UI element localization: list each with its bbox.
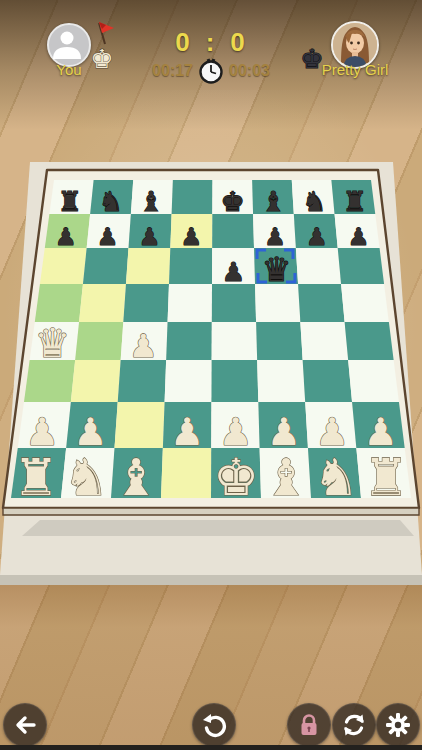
square-e7[interactable] xyxy=(212,214,254,248)
black-pawn[interactable]: ♟ xyxy=(180,223,202,251)
square-d4[interactable] xyxy=(166,322,212,360)
black-pawn[interactable]: ♟ xyxy=(348,223,370,251)
square-d8[interactable] xyxy=(172,180,213,214)
square-d5[interactable] xyxy=(168,284,212,322)
square-e3[interactable] xyxy=(211,360,258,402)
square-b4[interactable] xyxy=(75,322,123,360)
right-player-name: Pretty Girl xyxy=(303,61,407,78)
black-bishop[interactable]: ♝ xyxy=(261,186,285,217)
square-b3[interactable] xyxy=(71,360,121,402)
black-knight[interactable]: ♞ xyxy=(98,186,122,217)
gear-icon xyxy=(385,712,411,738)
black-rook[interactable]: ♜ xyxy=(343,186,367,217)
white-bishop[interactable]: ♝ xyxy=(263,448,309,507)
settings-button[interactable] xyxy=(376,703,420,747)
black-king[interactable]: ♚ xyxy=(221,186,245,217)
square-h4[interactable] xyxy=(345,322,394,360)
square-d6[interactable] xyxy=(169,248,212,284)
white-pawn[interactable]: ♟ xyxy=(129,327,158,365)
black-pawn[interactable]: ♟ xyxy=(306,223,328,251)
square-c6[interactable] xyxy=(126,248,170,284)
black-knight[interactable]: ♞ xyxy=(302,186,326,217)
mat-front-edge xyxy=(0,575,422,585)
square-d3[interactable] xyxy=(165,360,212,402)
black-pawn[interactable]: ♟ xyxy=(222,257,245,287)
square-e5[interactable] xyxy=(212,284,256,322)
square-f3[interactable] xyxy=(257,360,305,402)
square-f4[interactable] xyxy=(256,322,303,360)
board-shadow xyxy=(22,520,414,536)
score-left: 0 xyxy=(175,27,191,57)
square-a5[interactable] xyxy=(35,284,83,322)
black-pawn[interactable]: ♟ xyxy=(139,223,161,251)
white-queen[interactable]: ♛ xyxy=(34,320,70,366)
square-g3[interactable] xyxy=(303,360,352,402)
lock-icon xyxy=(297,713,321,737)
undo-arrow-icon xyxy=(201,712,227,738)
back-button[interactable] xyxy=(3,703,47,747)
board-rim-front-face xyxy=(3,508,419,515)
white-rook[interactable]: ♜ xyxy=(13,448,59,507)
black-rook[interactable]: ♜ xyxy=(58,186,82,217)
score-separator: : xyxy=(206,27,217,57)
square-h6[interactable] xyxy=(338,248,384,284)
black-pawn[interactable]: ♟ xyxy=(55,223,77,251)
square-g6[interactable] xyxy=(296,248,341,284)
square-c5[interactable] xyxy=(123,284,169,322)
home-indicator-strip xyxy=(0,745,422,750)
white-king[interactable]: ♚ xyxy=(213,448,259,507)
square-g4[interactable] xyxy=(300,322,348,360)
chess-app-screen: ♜♞♝♚♝♞♜♟♟♟♟♟♟♟♟♛♛♟♟♟♟♟♟♟♟♜♞♝♚♝♞♜ You ♚ 0… xyxy=(0,0,422,750)
black-queen[interactable]: ♛ xyxy=(262,250,292,289)
white-knight[interactable]: ♞ xyxy=(313,448,359,507)
black-pawn[interactable]: ♟ xyxy=(97,223,119,251)
score-right: 0 xyxy=(230,27,246,57)
back-arrow-icon xyxy=(12,712,38,738)
square-f5[interactable] xyxy=(255,284,300,322)
rotate-button[interactable] xyxy=(332,703,376,747)
square-b6[interactable] xyxy=(83,248,129,284)
black-bishop[interactable]: ♝ xyxy=(139,186,163,217)
white-bishop[interactable]: ♝ xyxy=(113,448,159,507)
square-h3[interactable] xyxy=(348,360,399,402)
white-rook[interactable]: ♜ xyxy=(363,448,409,507)
square-a6[interactable] xyxy=(40,248,87,284)
white-knight[interactable]: ♞ xyxy=(63,448,109,507)
clock-icon xyxy=(198,58,224,84)
square-e4[interactable] xyxy=(212,322,257,360)
square-g5[interactable] xyxy=(298,284,345,322)
lock-button[interactable] xyxy=(287,703,331,747)
undo-button[interactable] xyxy=(192,703,236,747)
left-player-timer: 00:17 xyxy=(152,62,193,80)
square-a3[interactable] xyxy=(24,360,75,402)
square-b5[interactable] xyxy=(79,284,126,322)
white-pawn[interactable]: ♟ xyxy=(170,410,204,454)
square-d1[interactable] xyxy=(161,448,211,498)
top-hud: You ♚ 0:0 00:17 00:03 ♚ xyxy=(0,0,422,95)
black-pawn[interactable]: ♟ xyxy=(264,223,286,251)
square-c2[interactable] xyxy=(114,402,164,448)
rotate-icon xyxy=(341,712,367,738)
chess-board[interactable]: ♜♞♝♚♝♞♜♟♟♟♟♟♟♟♟♛♛♟♟♟♟♟♟♟♟♜♞♝♚♝♞♜ xyxy=(0,0,422,750)
square-c3[interactable] xyxy=(118,360,166,402)
square-h5[interactable] xyxy=(341,284,389,322)
right-player-timer: 00:03 xyxy=(229,62,270,80)
